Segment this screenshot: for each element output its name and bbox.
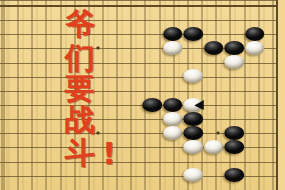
black-stone[interactable] [183,112,203,126]
white-stone[interactable] [183,140,203,154]
black-stone[interactable] [163,27,183,41]
black-stone[interactable] [224,168,244,182]
caption-char: 战 [62,105,98,136]
white-stone[interactable] [183,98,203,112]
board-right-margin [278,0,285,190]
black-stone[interactable] [224,126,244,140]
board-grid[interactable] [0,0,285,190]
white-stone[interactable] [204,140,224,154]
black-stone[interactable] [245,27,265,41]
triangle-marker-icon [194,100,204,110]
caption-char: 爷 [62,9,98,40]
caption-char: 们 [62,43,98,74]
caption-exclamation: ! [99,138,119,168]
black-stone[interactable] [142,98,162,112]
caption-char: 斗 [62,138,98,169]
white-stone[interactable] [224,55,244,69]
white-stone[interactable] [183,168,203,182]
black-stone[interactable] [204,41,224,55]
board-top-edge [0,5,277,7]
black-stone[interactable] [183,27,203,41]
caption-char: 要 [62,74,98,105]
black-stone[interactable] [163,98,183,112]
white-stone[interactable] [163,112,183,126]
white-stone[interactable] [183,69,203,83]
black-stone[interactable] [224,140,244,154]
black-stone[interactable] [224,41,244,55]
go-board-screenshot: 爷们要战斗 ! [0,0,285,190]
white-stone[interactable] [163,41,183,55]
black-stone[interactable] [183,126,203,140]
white-stone[interactable] [245,41,265,55]
star-point [217,132,220,135]
white-stone[interactable] [163,126,183,140]
